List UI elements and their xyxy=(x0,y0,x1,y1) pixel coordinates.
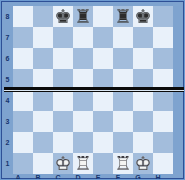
square-c4[interactable] xyxy=(53,90,73,111)
square-a4[interactable] xyxy=(13,90,33,111)
square-h1[interactable] xyxy=(153,153,173,174)
white-king-outline-icon: ♔ xyxy=(133,153,153,174)
file-label-d: D xyxy=(73,173,83,180)
file-label-a: A xyxy=(13,173,23,180)
square-g7[interactable] xyxy=(133,27,153,48)
square-c3[interactable] xyxy=(53,111,73,132)
square-d3[interactable] xyxy=(73,111,93,132)
square-d6[interactable] xyxy=(73,48,93,69)
white-king-outline-icon: ♔ xyxy=(53,153,73,174)
rank-label-3: 3 xyxy=(3,111,12,132)
square-e4[interactable] xyxy=(93,90,113,111)
square-d4[interactable] xyxy=(73,90,93,111)
board-frame: ♚♔♜♖♜♖♚♔♚♔♜♖♜♖♚♔ 87654321ABCDEFGH xyxy=(0,0,185,180)
square-h8[interactable] xyxy=(153,6,173,27)
square-b3[interactable] xyxy=(33,111,53,132)
black-king-outline-icon: ♔ xyxy=(133,6,153,27)
white-rook-f1[interactable]: ♜♖ xyxy=(113,153,133,174)
rank-label-6: 6 xyxy=(3,48,12,69)
square-a1[interactable] xyxy=(13,153,33,174)
square-f4[interactable] xyxy=(113,90,133,111)
file-label-e: E xyxy=(93,173,103,180)
square-b8[interactable] xyxy=(33,6,53,27)
square-e1[interactable] xyxy=(93,153,113,174)
square-f3[interactable] xyxy=(113,111,133,132)
square-c6[interactable] xyxy=(53,48,73,69)
square-c2[interactable] xyxy=(53,132,73,153)
white-king-g1[interactable]: ♚♔ xyxy=(133,153,153,174)
square-f7[interactable] xyxy=(113,27,133,48)
black-rook-outline-icon: ♖ xyxy=(73,6,93,27)
square-h7[interactable] xyxy=(153,27,173,48)
square-h6[interactable] xyxy=(153,48,173,69)
square-b4[interactable] xyxy=(33,90,53,111)
black-rook-d8[interactable]: ♜♖ xyxy=(73,6,93,27)
square-a7[interactable] xyxy=(13,27,33,48)
file-label-b: B xyxy=(33,173,43,180)
file-label-g: G xyxy=(133,173,143,180)
black-king-outline-icon: ♔ xyxy=(53,6,73,27)
square-f2[interactable] xyxy=(113,132,133,153)
rank-label-8: 8 xyxy=(3,6,12,27)
square-e2[interactable] xyxy=(93,132,113,153)
square-a3[interactable] xyxy=(13,111,33,132)
file-label-h: H xyxy=(153,173,163,180)
square-h4[interactable] xyxy=(153,90,173,111)
white-rook-d1[interactable]: ♜♖ xyxy=(73,153,93,174)
square-a2[interactable] xyxy=(13,132,33,153)
square-d2[interactable] xyxy=(73,132,93,153)
square-g2[interactable] xyxy=(133,132,153,153)
square-g3[interactable] xyxy=(133,111,153,132)
black-king-c8[interactable]: ♚♔ xyxy=(53,6,73,27)
square-a6[interactable] xyxy=(13,48,33,69)
square-b7[interactable] xyxy=(33,27,53,48)
rank-label-2: 2 xyxy=(3,132,12,153)
square-h3[interactable] xyxy=(153,111,173,132)
rank-label-7: 7 xyxy=(3,27,12,48)
square-g4[interactable] xyxy=(133,90,153,111)
square-f6[interactable] xyxy=(113,48,133,69)
white-rook-outline-icon: ♖ xyxy=(73,153,93,174)
square-b2[interactable] xyxy=(33,132,53,153)
middle-divider xyxy=(4,87,184,92)
square-g6[interactable] xyxy=(133,48,153,69)
square-h2[interactable] xyxy=(153,132,173,153)
white-king-c1[interactable]: ♚♔ xyxy=(53,153,73,174)
square-b6[interactable] xyxy=(33,48,53,69)
square-d7[interactable] xyxy=(73,27,93,48)
black-rook-outline-icon: ♖ xyxy=(113,6,133,27)
square-e3[interactable] xyxy=(93,111,113,132)
file-label-f: F xyxy=(113,173,123,180)
rank-label-4: 4 xyxy=(3,90,12,111)
square-c7[interactable] xyxy=(53,27,73,48)
black-rook-f8[interactable]: ♜♖ xyxy=(113,6,133,27)
square-a8[interactable] xyxy=(13,6,33,27)
square-e8[interactable] xyxy=(93,6,113,27)
square-e7[interactable] xyxy=(93,27,113,48)
file-label-c: C xyxy=(53,173,63,180)
white-rook-outline-icon: ♖ xyxy=(113,153,133,174)
black-king-g8[interactable]: ♚♔ xyxy=(133,6,153,27)
rank-label-1: 1 xyxy=(3,153,12,174)
square-b1[interactable] xyxy=(33,153,53,174)
square-e6[interactable] xyxy=(93,48,113,69)
